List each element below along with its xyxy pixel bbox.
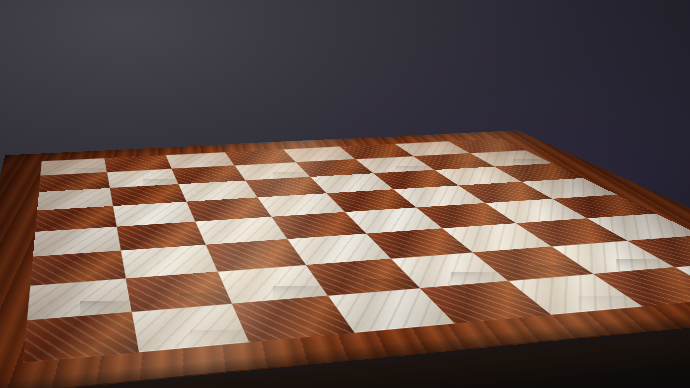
chess-render-frame: ♜♞♝♚♛♝♞♜♟♟♟♟♟♟♟♟♟♟♟♟♟♟♟♟♜♞♝♚♛♝♞♜ bbox=[0, 0, 690, 388]
square-h8: ♜ bbox=[23, 312, 139, 363]
